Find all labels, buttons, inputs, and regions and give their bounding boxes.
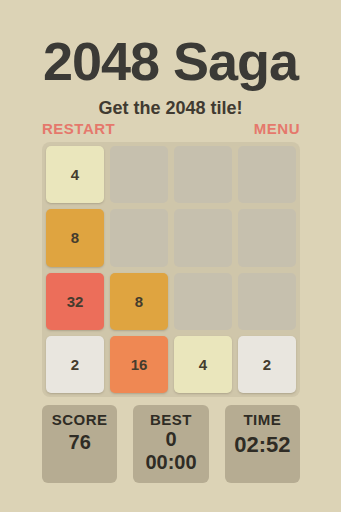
tile-2: 2 bbox=[46, 336, 104, 393]
empty-cell bbox=[238, 146, 296, 203]
empty-cell bbox=[238, 273, 296, 330]
score-panel: SCORE 76 bbox=[42, 405, 117, 483]
status-panels: SCORE 76 BEST 0 00:00 TIME 02:52 bbox=[42, 405, 300, 483]
empty-cell bbox=[174, 146, 232, 203]
best-time-value: 00:00 bbox=[133, 451, 208, 474]
time-panel: TIME 02:52 bbox=[225, 405, 300, 483]
goal-text: Get the 2048 tile! bbox=[0, 98, 341, 119]
best-value: 0 bbox=[133, 428, 208, 451]
restart-button[interactable]: RESTART bbox=[42, 120, 115, 137]
empty-cell bbox=[110, 209, 168, 266]
empty-cell bbox=[174, 273, 232, 330]
empty-cell bbox=[238, 209, 296, 266]
board-grid[interactable]: 4832821642 bbox=[42, 142, 300, 397]
app-title: 2048 Saga bbox=[0, 34, 341, 88]
tile-8: 8 bbox=[46, 209, 104, 266]
empty-cell bbox=[174, 209, 232, 266]
empty-cell bbox=[110, 146, 168, 203]
menu-button[interactable]: MENU bbox=[254, 120, 300, 137]
best-label: BEST bbox=[133, 411, 208, 428]
tile-8: 8 bbox=[110, 273, 168, 330]
app-screen: 2048 Saga Get the 2048 tile! RESTART MEN… bbox=[0, 0, 341, 512]
tile-2: 2 bbox=[238, 336, 296, 393]
best-panel: BEST 0 00:00 bbox=[133, 405, 208, 483]
tile-16: 16 bbox=[110, 336, 168, 393]
tile-4: 4 bbox=[174, 336, 232, 393]
control-bar: RESTART MENU bbox=[42, 120, 300, 137]
time-value: 02:52 bbox=[225, 432, 300, 457]
time-label: TIME bbox=[225, 411, 300, 428]
tile-32: 32 bbox=[46, 273, 104, 330]
score-label: SCORE bbox=[42, 411, 117, 428]
score-value: 76 bbox=[42, 431, 117, 454]
tile-4: 4 bbox=[46, 146, 104, 203]
